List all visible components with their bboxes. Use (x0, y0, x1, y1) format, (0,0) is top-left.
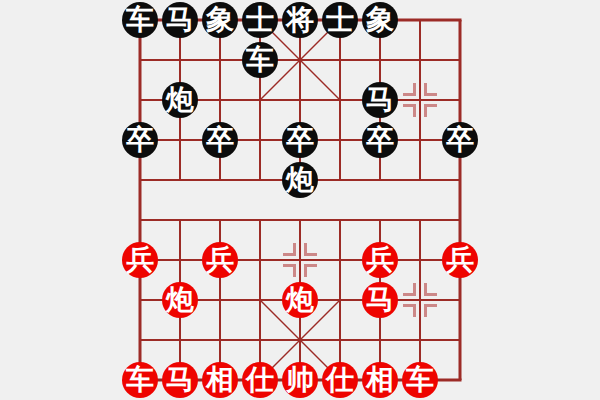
marker-corner-bl (403, 104, 416, 117)
marker-corner-tr (424, 283, 437, 296)
marker-corner-bl (403, 304, 416, 317)
black-general[interactable]: 将 (282, 2, 318, 38)
black-cannon[interactable]: 炮 (162, 82, 198, 118)
red-cannon[interactable]: 炮 (162, 282, 198, 318)
black-elephant[interactable]: 象 (362, 2, 398, 38)
marker-corner-bl (283, 264, 296, 277)
red-soldier[interactable]: 兵 (202, 242, 238, 278)
marker-corner-tr (304, 243, 317, 256)
marker-corner-br (424, 104, 437, 117)
black-chariot[interactable]: 车 (122, 2, 158, 38)
red-advisor[interactable]: 仕 (322, 362, 358, 398)
red-soldier[interactable]: 兵 (442, 242, 478, 278)
marker-corner-tl (283, 243, 296, 256)
black-chariot[interactable]: 车 (242, 42, 278, 78)
red-chariot[interactable]: 车 (402, 362, 438, 398)
red-elephant[interactable]: 相 (202, 362, 238, 398)
red-elephant[interactable]: 相 (362, 362, 398, 398)
black-horse[interactable]: 马 (162, 2, 198, 38)
black-cannon[interactable]: 炮 (282, 162, 318, 198)
black-soldier[interactable]: 卒 (202, 122, 238, 158)
black-soldier[interactable]: 卒 (282, 122, 318, 158)
red-chariot[interactable]: 车 (122, 362, 158, 398)
marker-corner-tl (403, 83, 416, 96)
marker-corner-tr (424, 83, 437, 96)
black-advisor[interactable]: 士 (242, 2, 278, 38)
last-move-marker (403, 283, 437, 317)
marker-corner-tl (403, 283, 416, 296)
black-soldier[interactable]: 卒 (362, 122, 398, 158)
board-area: 车马象士将士象车炮马卒卒卒卒卒炮兵兵兵兵炮炮马车马相仕帅仕相车 (0, 0, 600, 400)
red-soldier[interactable]: 兵 (122, 242, 158, 278)
last-move-marker (283, 243, 317, 277)
black-soldier[interactable]: 卒 (442, 122, 478, 158)
red-horse[interactable]: 马 (362, 282, 398, 318)
last-move-marker (403, 83, 437, 117)
red-horse[interactable]: 马 (162, 362, 198, 398)
black-horse[interactable]: 马 (362, 82, 398, 118)
marker-corner-br (304, 264, 317, 277)
red-advisor[interactable]: 仕 (242, 362, 278, 398)
black-soldier[interactable]: 卒 (122, 122, 158, 158)
marker-corner-br (424, 304, 437, 317)
xiangqi-board: 车马象士将士象车炮马卒卒卒卒卒炮兵兵兵兵炮炮马车马相仕帅仕相车 (120, 0, 480, 400)
red-cannon[interactable]: 炮 (282, 282, 318, 318)
red-soldier[interactable]: 兵 (362, 242, 398, 278)
black-elephant[interactable]: 象 (202, 2, 238, 38)
black-advisor[interactable]: 士 (322, 2, 358, 38)
red-general[interactable]: 帅 (282, 362, 318, 398)
